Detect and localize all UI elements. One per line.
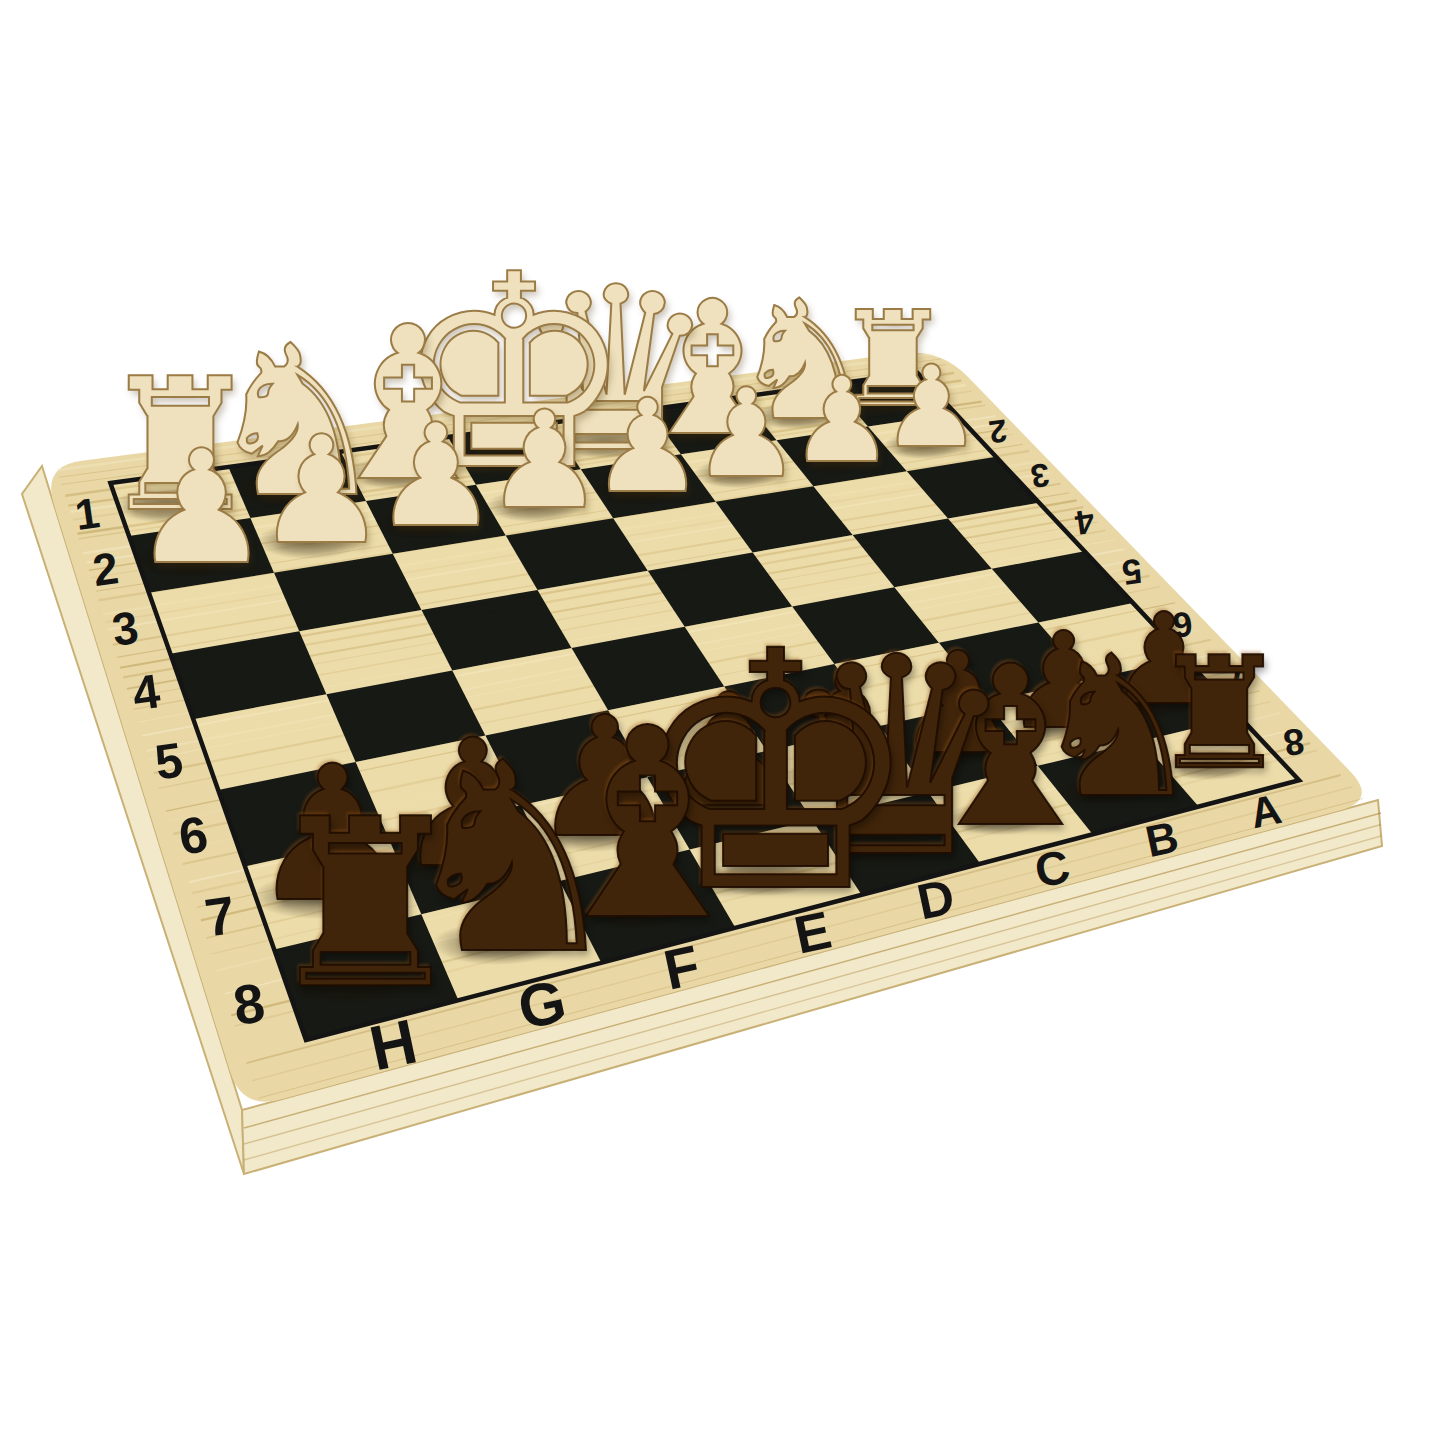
pieces-layer: ♜♞♝♛♚♝♞♜♟♟♟♟♟♟♟♟♟♟♟♟♟♟♟♟♜♞♝♛♚♝♞♜ (0, 0, 1445, 1445)
piece-white-pawn[interactable]: ♟ (123, 429, 280, 586)
piece-black-rook[interactable]: ♜ (249, 788, 482, 1021)
chess-set-photo: 123456782345678HGFEDCBA ♜♞♝♛♚♝♞♜♟♟♟♟♟♟♟♟… (0, 0, 1445, 1445)
